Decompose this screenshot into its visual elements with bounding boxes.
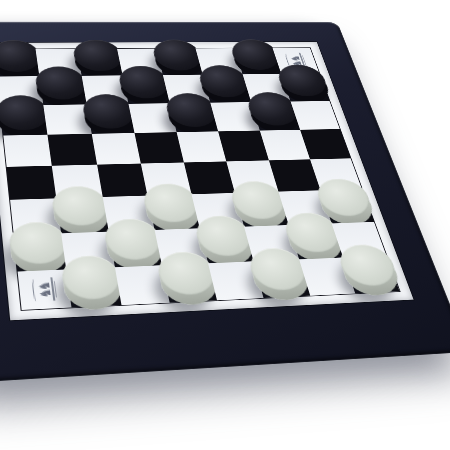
square-d7 — [122, 75, 169, 103]
square-a2 — [14, 233, 67, 271]
photo-canvas: ♞♞♞♞ — [0, 0, 450, 450]
square-b7 — [40, 76, 87, 105]
board-grid: ♞♞♞♞ — [0, 47, 401, 310]
square-c1 — [114, 265, 169, 305]
board-frame: ♞♞♞♞ — [0, 22, 450, 383]
square-d5 — [134, 132, 184, 164]
square-c8 — [77, 49, 123, 76]
square-a1: ♞♞ — [18, 269, 72, 310]
square-h6 — [290, 101, 339, 130]
heraldic-lions-crest-icon: ♞♞ — [24, 274, 65, 305]
square-a7 — [0, 76, 43, 105]
square-b3 — [57, 197, 109, 233]
square-d8 — [117, 49, 163, 76]
square-b2 — [61, 231, 114, 269]
board-surface: ♞♞♞♞ — [0, 42, 414, 321]
square-c3 — [102, 196, 154, 232]
checkers-board: ♞♞♞♞ — [0, 22, 450, 383]
square-b4 — [52, 165, 102, 199]
square-c2 — [108, 230, 161, 268]
square-h7 — [281, 74, 329, 102]
square-a3 — [10, 199, 61, 235]
square-h5 — [300, 129, 351, 159]
heraldic-lions-crest-icon: ♞♞ — [278, 51, 314, 71]
square-b5 — [48, 134, 97, 166]
square-h8: ♞♞ — [272, 48, 319, 74]
square-d4 — [141, 162, 192, 195]
square-d6 — [128, 103, 176, 133]
square-c7 — [81, 76, 128, 105]
square-c4 — [97, 164, 148, 198]
square-d3 — [147, 194, 199, 229]
square-b6 — [43, 104, 91, 134]
square-a5 — [3, 135, 52, 167]
square-b8 — [36, 49, 82, 76]
square-a8 — [0, 49, 40, 77]
square-a6 — [0, 105, 47, 136]
square-b1 — [66, 267, 121, 307]
square-a4 — [7, 166, 57, 200]
square-c5 — [91, 133, 140, 165]
square-c6 — [86, 104, 134, 134]
